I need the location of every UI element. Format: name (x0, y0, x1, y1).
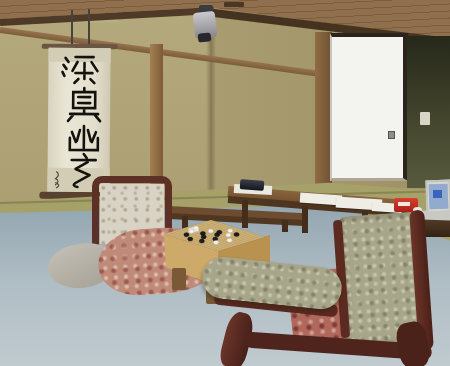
go-stone-white (208, 229, 213, 233)
go-stone-white (194, 226, 199, 230)
go-stone-black (234, 232, 239, 236)
room-photo (0, 0, 450, 366)
go-stone-black (200, 231, 205, 235)
go-stone-white (227, 238, 232, 242)
go-stone-white (213, 240, 218, 244)
go-stone-white (228, 229, 233, 233)
go-stone-black (217, 230, 222, 234)
go-stone-white (189, 229, 194, 233)
go-stone-black (199, 239, 204, 243)
go-stone-black (188, 237, 193, 241)
go-stone-black (184, 233, 189, 237)
go-stone-white (226, 233, 231, 237)
